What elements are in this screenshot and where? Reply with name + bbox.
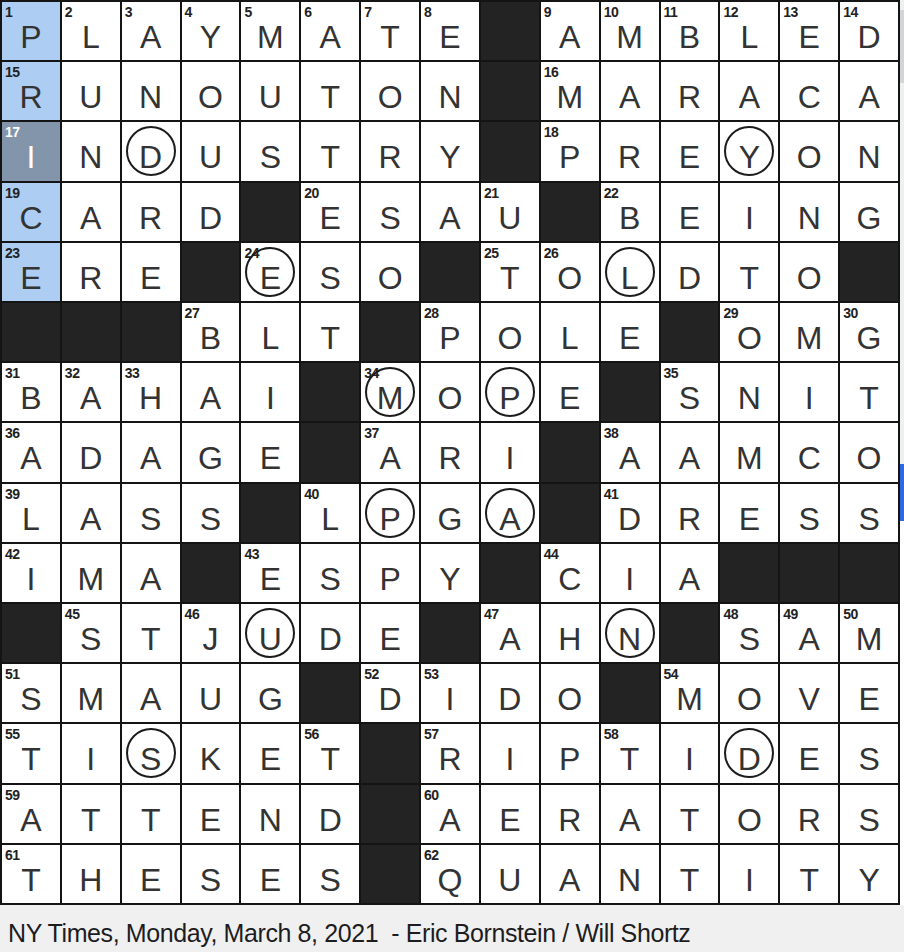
cell-r1c13[interactable]: 12L [720,2,778,60]
cell-r9c1[interactable]: 39L [2,484,60,542]
cell-letter: V [780,683,838,715]
cell-r14c14[interactable]: R [780,785,838,843]
cell-r2c8[interactable]: N [421,62,479,120]
cell-r7c10[interactable]: E [541,363,599,421]
cell-r9c13[interactable]: E [720,484,778,542]
cell-letter: M [62,683,120,715]
cell-r14c8[interactable]: 60A [421,785,479,843]
cell-number: 34 [364,366,379,380]
cell-r8c15[interactable]: O [840,423,898,481]
cell-r14c10[interactable]: R [541,785,599,843]
cell-letter: R [421,743,479,775]
cell-number: 17 [5,125,20,139]
cell-letter: O [421,382,479,414]
cell-letter: B [182,322,240,354]
cell-r2c6[interactable]: T [301,62,359,120]
cell-r5c3[interactable]: E [122,243,180,301]
cell-r6c13[interactable]: 29O [720,303,778,361]
cell-r13c6[interactable]: 56T [301,724,359,782]
cell-r2c2[interactable]: U [62,62,120,120]
cell-letter: G [840,322,898,354]
cell-number: 21 [484,186,499,200]
cell-r5c12[interactable]: D [661,243,719,301]
cell-r12c1[interactable]: 51S [2,664,60,722]
cell-r6c15[interactable]: 30G [840,303,898,361]
cell-letter: I [2,563,60,595]
cell-r12c7[interactable]: 52D [361,664,419,722]
cell-number: 5 [244,5,251,19]
cell-r12c5[interactable]: G [241,664,299,722]
cell-r15c13[interactable]: I [720,845,778,903]
cell-r12c15[interactable]: E [840,664,898,722]
cell-r11c1 [2,604,60,662]
cell-letter: S [840,503,898,535]
cell-r13c2[interactable]: I [62,724,120,782]
cell-r11c7[interactable]: E [361,604,419,662]
cell-r4c12[interactable]: E [661,183,719,241]
cell-r1c1[interactable]: 1P [2,2,60,60]
cell-r4c6[interactable]: 20E [301,183,359,241]
cell-letter: A [182,382,240,414]
cell-letter: A [62,382,120,414]
cell-r2c4[interactable]: O [182,62,240,120]
cell-r9c14[interactable]: S [780,484,838,542]
cell-letter: P [541,743,599,775]
cell-r12c14[interactable]: V [780,664,838,722]
cell-r11c15[interactable]: 50M [840,604,898,662]
cell-r3c11[interactable]: R [601,122,659,180]
cell-r2c9 [481,62,539,120]
cell-letter: A [780,623,838,655]
cell-r6c10[interactable]: L [541,303,599,361]
cell-r11c10[interactable]: H [541,604,599,662]
cell-r15c12[interactable]: T [661,845,719,903]
cell-r3c8[interactable]: Y [421,122,479,180]
cell-r15c5[interactable]: E [241,845,299,903]
cell-r8c1[interactable]: 36A [2,423,60,481]
cell-r8c5[interactable]: E [241,423,299,481]
cell-r11c5[interactable]: U [241,604,299,662]
cell-letter: A [481,503,539,535]
cell-letter: E [241,743,299,775]
cell-r3c14[interactable]: O [780,122,838,180]
cell-letter: I [2,141,60,173]
cell-r10c5[interactable]: 43E [241,544,299,602]
cell-r7c14[interactable]: I [780,363,838,421]
cell-r2c13[interactable]: A [720,62,778,120]
cell-letter: T [2,864,60,896]
cell-letter: A [601,804,659,836]
cell-r12c3[interactable]: A [122,664,180,722]
cell-r5c7[interactable]: O [361,243,419,301]
cell-r2c15[interactable]: A [840,62,898,120]
cell-r4c3[interactable]: R [122,183,180,241]
cell-r4c14[interactable]: N [780,183,838,241]
cell-r5c15 [840,243,898,301]
cell-r13c1[interactable]: 55T [2,724,60,782]
cell-r13c15[interactable]: S [840,724,898,782]
cell-letter: O [840,442,898,474]
cell-r14c11[interactable]: A [601,785,659,843]
cell-r5c8 [421,243,479,301]
cell-r11c13[interactable]: 48S [720,604,778,662]
cell-r10c8[interactable]: Y [421,544,479,602]
cell-r7c5[interactable]: I [241,363,299,421]
cell-r15c11[interactable]: N [601,845,659,903]
cell-r7c8[interactable]: O [421,363,479,421]
cell-letter: S [122,743,180,775]
cell-r11c12 [661,604,719,662]
cell-r8c13[interactable]: M [720,423,778,481]
cell-letter: R [780,804,838,836]
cell-r6c3 [122,303,180,361]
cell-r9c3[interactable]: S [122,484,180,542]
cell-r6c14[interactable]: M [780,303,838,361]
cell-r4c2[interactable]: A [62,183,120,241]
cell-letter: A [122,563,180,595]
cell-r6c6[interactable]: T [301,303,359,361]
cell-r1c7[interactable]: 7T [361,2,419,60]
cell-r10c3[interactable]: A [122,544,180,602]
cell-r4c7[interactable]: S [361,183,419,241]
cell-r15c9[interactable]: U [481,845,539,903]
scrollbar[interactable] [900,0,904,905]
cell-r8c14[interactable]: C [780,423,838,481]
cell-r15c1[interactable]: 61T [2,845,60,903]
cell-r4c15[interactable]: G [840,183,898,241]
cell-letter: A [2,804,60,836]
cell-r2c7[interactable]: O [361,62,419,120]
cell-number: 53 [424,667,439,681]
cell-r5c5[interactable]: 24E [241,243,299,301]
cell-r4c8[interactable]: A [421,183,479,241]
cell-r2c10[interactable]: 16M [541,62,599,120]
cell-letter: P [541,141,599,173]
cell-r1c14[interactable]: 13E [780,2,838,60]
scrollbar-thumb-blue[interactable] [900,464,904,521]
cell-r8c8[interactable]: R [421,423,479,481]
cell-r2c11[interactable]: A [601,62,659,120]
cell-r13c13[interactable]: D [720,724,778,782]
cell-letter: O [541,262,599,294]
cell-letter: N [720,382,778,414]
cell-r13c10[interactable]: P [541,724,599,782]
crossword-board[interactable]: 1P2L3A4Y5M6A7T8E9A10M11B12L13E14D15RUNOU… [0,0,900,905]
cell-letter: Y [421,563,479,595]
cell-r1c4[interactable]: 4Y [182,2,240,60]
cell-r4c1[interactable]: 19C [2,183,60,241]
cell-r13c9[interactable]: I [481,724,539,782]
cell-r3c7[interactable]: R [361,122,419,180]
cell-letter: E [661,141,719,173]
cell-r14c3[interactable]: T [122,785,180,843]
cell-r5c13[interactable]: T [720,243,778,301]
cell-r14c13[interactable]: O [720,785,778,843]
cell-r1c2[interactable]: 2L [62,2,120,60]
cell-number: 49 [783,607,798,621]
cell-r10c11[interactable]: I [601,544,659,602]
cell-r1c15[interactable]: 14D [840,2,898,60]
cell-r2c12[interactable]: R [661,62,719,120]
cell-number: 30 [843,306,858,320]
cell-r6c5[interactable]: L [241,303,299,361]
cell-r11c2[interactable]: 45S [62,604,120,662]
cell-letter: O [720,322,778,354]
cell-r15c15[interactable]: Y [840,845,898,903]
cell-r4c11[interactable]: 22B [601,183,659,241]
cell-letter: N [122,81,180,113]
cell-r8c7[interactable]: 37A [361,423,419,481]
cell-r1c8[interactable]: 8E [421,2,479,60]
cell-r15c2[interactable]: H [62,845,120,903]
cell-r10c12[interactable]: A [661,544,719,602]
cell-r3c5[interactable]: S [241,122,299,180]
cell-r12c4[interactable]: U [182,664,240,722]
cell-number: 35 [664,366,679,380]
cell-letter: N [601,623,659,655]
cell-r13c11[interactable]: 58T [601,724,659,782]
cell-r12c2[interactable]: M [62,664,120,722]
cell-letter: S [182,864,240,896]
cell-letter: N [62,141,120,173]
cell-r13c3[interactable]: S [122,724,180,782]
cell-letter: G [182,442,240,474]
cell-letter: G [241,683,299,715]
cell-letter: D [122,141,180,173]
cell-letter: Q [421,864,479,896]
cell-r11c14[interactable]: 49A [780,604,838,662]
cell-number: 18 [544,125,559,139]
cell-r6c2 [62,303,120,361]
cell-number: 37 [364,426,379,440]
cell-r9c9[interactable]: A [481,484,539,542]
cell-r14c15[interactable]: S [840,785,898,843]
cell-r9c8[interactable]: G [421,484,479,542]
cell-r7c4[interactable]: A [182,363,240,421]
cell-r14c9[interactable]: E [481,785,539,843]
cell-r11c6[interactable]: D [301,604,359,662]
cell-r7c12[interactable]: 35S [661,363,719,421]
cell-r5c9[interactable]: 25T [481,243,539,301]
cell-r12c8[interactable]: 53I [421,664,479,722]
cell-number: 40 [304,487,319,501]
cell-r14c1[interactable]: 59A [2,785,60,843]
cell-r15c6[interactable]: S [301,845,359,903]
cell-r6c4[interactable]: 27B [182,303,240,361]
cell-r13c14[interactable]: E [780,724,838,782]
cell-letter: O [780,141,838,173]
cell-r13c4[interactable]: K [182,724,240,782]
cell-letter: M [780,322,838,354]
cell-r1c6[interactable]: 6A [301,2,359,60]
cell-letter: R [2,81,60,113]
cell-letter: M [62,563,120,595]
cell-r7c2[interactable]: 32A [62,363,120,421]
cell-r12c9[interactable]: D [481,664,539,722]
cell-r10c7[interactable]: P [361,544,419,602]
cell-r3c10[interactable]: 18P [541,122,599,180]
cell-r6c8[interactable]: 28P [421,303,479,361]
cell-r2c14[interactable]: C [780,62,838,120]
cell-r10c2[interactable]: M [62,544,120,602]
cell-r7c9[interactable]: P [481,363,539,421]
cell-letter: T [661,864,719,896]
cell-r5c2[interactable]: R [62,243,120,301]
cell-r3c2[interactable]: N [62,122,120,180]
cell-letter: A [122,21,180,53]
cell-r8c2[interactable]: D [62,423,120,481]
cell-r8c3[interactable]: A [122,423,180,481]
cell-letter: M [720,442,778,474]
cell-r2c3[interactable]: N [122,62,180,120]
cell-letter: I [481,442,539,474]
cell-r13c8[interactable]: 57R [421,724,479,782]
cell-number: 8 [424,5,431,19]
cell-r1c5[interactable]: 5M [241,2,299,60]
cell-r4c13[interactable]: I [720,183,778,241]
cell-r9c10 [541,484,599,542]
cell-r9c15[interactable]: S [840,484,898,542]
cell-r10c10[interactable]: 44C [541,544,599,602]
cell-letter: I [421,683,479,715]
cell-letter: T [661,804,719,836]
cell-number: 38 [604,426,619,440]
cell-r3c13[interactable]: Y [720,122,778,180]
cell-r15c3[interactable]: E [122,845,180,903]
cell-r5c10[interactable]: 26O [541,243,599,301]
cell-letter: A [62,202,120,234]
cell-r12c12[interactable]: 54M [661,664,719,722]
cell-r10c6[interactable]: S [301,544,359,602]
cell-r3c12[interactable]: E [661,122,719,180]
cell-r7c7[interactable]: 34M [361,363,419,421]
cell-r12c10[interactable]: O [541,664,599,722]
cell-letter: C [541,563,599,595]
cell-r12c11 [601,664,659,722]
cell-r8c12[interactable]: A [661,423,719,481]
cell-letter: D [720,743,778,775]
cell-letter: L [62,21,120,53]
cell-r1c11[interactable]: 10M [601,2,659,60]
cell-r11c4[interactable]: 46J [182,604,240,662]
cell-r1c10[interactable]: 9A [541,2,599,60]
cell-r7c15[interactable]: T [840,363,898,421]
cell-letter: R [421,442,479,474]
cell-number: 41 [604,487,619,501]
cell-r14c2[interactable]: T [62,785,120,843]
cell-letter: D [361,683,419,715]
cell-r9c12[interactable]: R [661,484,719,542]
cell-letter: O [541,683,599,715]
cell-number: 61 [5,848,20,862]
cell-r11c11[interactable]: N [601,604,659,662]
cell-r3c6[interactable]: T [301,122,359,180]
cell-r4c9[interactable]: 21U [481,183,539,241]
cell-r3c3[interactable]: D [122,122,180,180]
cell-r11c3[interactable]: T [122,604,180,662]
cell-r5c6[interactable]: S [301,243,359,301]
cell-letter: B [661,21,719,53]
cell-r3c15[interactable]: N [840,122,898,180]
cell-r1c12[interactable]: 11B [661,2,719,60]
cell-r14c4[interactable]: E [182,785,240,843]
cell-r11c9[interactable]: 47A [481,604,539,662]
cell-letter: D [601,503,659,535]
cell-r14c12[interactable]: T [661,785,719,843]
cell-letter: T [301,141,359,173]
cell-r2c1[interactable]: 15R [2,62,60,120]
cell-r9c6[interactable]: 40L [301,484,359,542]
cell-r7c13[interactable]: N [720,363,778,421]
cell-number: 11 [664,5,678,19]
cell-r8c10 [541,423,599,481]
cell-letter: A [301,21,359,53]
cell-r13c5[interactable]: E [241,724,299,782]
cell-r12c13[interactable]: O [720,664,778,722]
cell-r10c13 [720,544,778,602]
cell-r15c4[interactable]: S [182,845,240,903]
cell-r9c2[interactable]: A [62,484,120,542]
cell-r8c11[interactable]: 38A [601,423,659,481]
cell-r9c11[interactable]: 41D [601,484,659,542]
cell-letter: E [241,864,299,896]
cell-r6c7 [361,303,419,361]
cell-r15c10[interactable]: A [541,845,599,903]
cell-r6c11[interactable]: E [601,303,659,361]
cell-letter: N [780,202,838,234]
cell-r1c9 [481,2,539,60]
cell-r14c5[interactable]: N [241,785,299,843]
cell-number: 60 [424,788,439,802]
cell-r9c7[interactable]: P [361,484,419,542]
cell-letter: U [241,623,299,655]
cell-r5c11[interactable]: L [601,243,659,301]
cell-number: 24 [244,246,259,260]
cell-r7c1[interactable]: 31B [2,363,60,421]
cell-r2c5[interactable]: U [241,62,299,120]
cell-r8c4[interactable]: G [182,423,240,481]
cell-letter: R [661,503,719,535]
cell-r5c14[interactable]: O [780,243,838,301]
cell-r8c9[interactable]: I [481,423,539,481]
cell-r15c8[interactable]: 62Q [421,845,479,903]
cell-r5c1[interactable]: 23E [2,243,60,301]
cell-letter: E [840,683,898,715]
cell-r9c4[interactable]: S [182,484,240,542]
cell-r7c3[interactable]: 33H [122,363,180,421]
cell-r1c3[interactable]: 3A [122,2,180,60]
cell-r3c4[interactable]: U [182,122,240,180]
cell-r10c1[interactable]: 42I [2,544,60,602]
cell-letter: N [840,141,898,173]
cell-letter: M [601,21,659,53]
puzzle-title: NY Times, Monday, March 8, 2021 - Eric B… [8,919,690,948]
cell-r13c12[interactable]: I [661,724,719,782]
cell-letter: U [481,202,539,234]
cell-number: 20 [304,186,319,200]
cell-r15c14[interactable]: T [780,845,838,903]
cell-r4c4[interactable]: D [182,183,240,241]
cell-letter: U [62,81,120,113]
cell-r6c9[interactable]: O [481,303,539,361]
selected-cell[interactable]: 17I [2,122,60,180]
cell-r14c6[interactable]: D [301,785,359,843]
cell-letter: D [481,683,539,715]
cell-number: 36 [5,426,20,440]
cell-letter: E [122,864,180,896]
cell-letter: S [62,623,120,655]
cell-number: 56 [304,727,319,741]
